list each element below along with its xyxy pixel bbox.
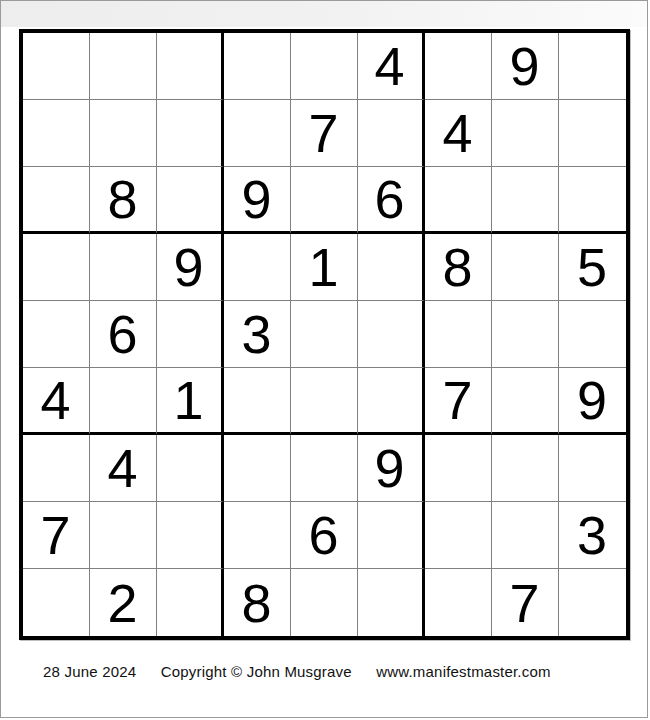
- cell-r5c2[interactable]: 6: [90, 301, 157, 368]
- cell-r8c2[interactable]: [90, 502, 157, 569]
- cell-r5c8[interactable]: [492, 301, 559, 368]
- cell-r8c4[interactable]: [224, 502, 291, 569]
- cell-r9c8[interactable]: 7: [492, 569, 559, 636]
- cell-r2c8[interactable]: [492, 100, 559, 167]
- cell-r8c1[interactable]: 7: [23, 502, 90, 569]
- cell-r6c6[interactable]: [358, 368, 425, 435]
- cell-r2c6[interactable]: [358, 100, 425, 167]
- cell-r3c3[interactable]: [157, 167, 224, 234]
- cell-r6c1[interactable]: 4: [23, 368, 90, 435]
- cell-r6c3[interactable]: 1: [157, 368, 224, 435]
- cell-r7c2[interactable]: 4: [90, 435, 157, 502]
- puzzle-page: 4974896918563417949763287 28 June 2024 C…: [0, 0, 648, 718]
- cell-r1c4[interactable]: [224, 33, 291, 100]
- cell-r2c5[interactable]: 7: [291, 100, 358, 167]
- footer: 28 June 2024 Copyright © John Musgrave w…: [43, 663, 647, 680]
- cell-r4c8[interactable]: [492, 234, 559, 301]
- cell-r9c2[interactable]: 2: [90, 569, 157, 636]
- cell-r8c9[interactable]: 3: [559, 502, 626, 569]
- cell-r4c5[interactable]: 1: [291, 234, 358, 301]
- cell-r8c7[interactable]: [425, 502, 492, 569]
- footer-date: 28 June 2024: [43, 663, 136, 680]
- cell-r8c5[interactable]: 6: [291, 502, 358, 569]
- cell-r9c4[interactable]: 8: [224, 569, 291, 636]
- cell-r2c1[interactable]: [23, 100, 90, 167]
- cell-r3c2[interactable]: 8: [90, 167, 157, 234]
- sudoku-board: 4974896918563417949763287: [19, 29, 630, 640]
- cell-r5c4[interactable]: 3: [224, 301, 291, 368]
- cell-r6c9[interactable]: 9: [559, 368, 626, 435]
- cell-r5c1[interactable]: [23, 301, 90, 368]
- cell-r2c4[interactable]: [224, 100, 291, 167]
- cell-r4c2[interactable]: [90, 234, 157, 301]
- cell-r1c8[interactable]: 9: [492, 33, 559, 100]
- cell-r7c4[interactable]: [224, 435, 291, 502]
- cell-r6c5[interactable]: [291, 368, 358, 435]
- cell-r1c9[interactable]: [559, 33, 626, 100]
- cell-r4c3[interactable]: 9: [157, 234, 224, 301]
- cell-r3c1[interactable]: [23, 167, 90, 234]
- cell-r1c7[interactable]: [425, 33, 492, 100]
- cell-r7c5[interactable]: [291, 435, 358, 502]
- cell-r1c5[interactable]: [291, 33, 358, 100]
- cell-r2c2[interactable]: [90, 100, 157, 167]
- cell-r8c3[interactable]: [157, 502, 224, 569]
- cell-r9c5[interactable]: [291, 569, 358, 636]
- cell-r5c6[interactable]: [358, 301, 425, 368]
- cell-r3c7[interactable]: [425, 167, 492, 234]
- cell-r6c2[interactable]: [90, 368, 157, 435]
- cell-r6c8[interactable]: [492, 368, 559, 435]
- cell-r5c9[interactable]: [559, 301, 626, 368]
- cell-r6c4[interactable]: [224, 368, 291, 435]
- cell-r9c7[interactable]: [425, 569, 492, 636]
- cell-r5c3[interactable]: [157, 301, 224, 368]
- top-band: [1, 1, 647, 27]
- cell-r6c7[interactable]: 7: [425, 368, 492, 435]
- cell-r9c9[interactable]: [559, 569, 626, 636]
- cell-r9c6[interactable]: [358, 569, 425, 636]
- cell-r7c1[interactable]: [23, 435, 90, 502]
- footer-copyright: Copyright © John Musgrave: [161, 663, 352, 680]
- cell-r1c6[interactable]: 4: [358, 33, 425, 100]
- cell-r4c1[interactable]: [23, 234, 90, 301]
- cell-r4c4[interactable]: [224, 234, 291, 301]
- cell-r4c7[interactable]: 8: [425, 234, 492, 301]
- cell-r3c4[interactable]: 9: [224, 167, 291, 234]
- cell-r3c5[interactable]: [291, 167, 358, 234]
- cell-r1c2[interactable]: [90, 33, 157, 100]
- cell-r4c6[interactable]: [358, 234, 425, 301]
- cell-r8c6[interactable]: [358, 502, 425, 569]
- cell-r7c9[interactable]: [559, 435, 626, 502]
- cell-r7c3[interactable]: [157, 435, 224, 502]
- cell-r2c3[interactable]: [157, 100, 224, 167]
- footer-website: www.manifestmaster.com: [376, 663, 550, 680]
- cell-r9c1[interactable]: [23, 569, 90, 636]
- cell-r1c1[interactable]: [23, 33, 90, 100]
- cell-r3c8[interactable]: [492, 167, 559, 234]
- cell-r8c8[interactable]: [492, 502, 559, 569]
- cell-r5c5[interactable]: [291, 301, 358, 368]
- cell-r7c6[interactable]: 9: [358, 435, 425, 502]
- cell-r5c7[interactable]: [425, 301, 492, 368]
- cell-r9c3[interactable]: [157, 569, 224, 636]
- cell-r4c9[interactable]: 5: [559, 234, 626, 301]
- cell-r1c3[interactable]: [157, 33, 224, 100]
- cell-r3c6[interactable]: 6: [358, 167, 425, 234]
- cell-r7c8[interactable]: [492, 435, 559, 502]
- cell-r3c9[interactable]: [559, 167, 626, 234]
- cell-r2c7[interactable]: 4: [425, 100, 492, 167]
- cell-r2c9[interactable]: [559, 100, 626, 167]
- cell-r7c7[interactable]: [425, 435, 492, 502]
